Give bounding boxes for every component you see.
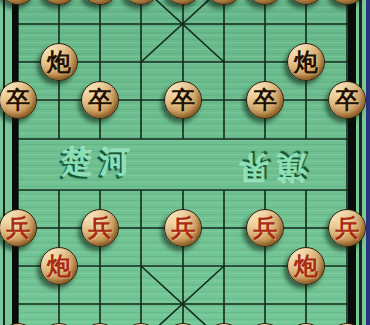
piece-red-cannon[interactable]: 炮 xyxy=(287,247,325,285)
piece-red-cannon[interactable]: 炮 xyxy=(40,247,78,285)
piece-black-soldier[interactable]: 卒 xyxy=(328,81,366,119)
piece-glyph: 炮 xyxy=(294,50,318,74)
piece-glyph: 兵 xyxy=(6,216,30,240)
piece-glyph: 炮 xyxy=(47,254,71,278)
piece-red-soldier[interactable]: 兵 xyxy=(164,209,202,247)
piece-glyph: 炮 xyxy=(294,254,318,278)
piece-red-soldier[interactable]: 兵 xyxy=(0,209,37,247)
piece-black-soldier[interactable]: 卒 xyxy=(164,81,202,119)
piece-glyph: 兵 xyxy=(335,216,359,240)
piece-glyph: 卒 xyxy=(253,88,277,112)
piece-black-soldier[interactable]: 卒 xyxy=(246,81,284,119)
piece-glyph: 卒 xyxy=(6,88,30,112)
piece-black-soldier[interactable]: 卒 xyxy=(81,81,119,119)
piece-red-soldier[interactable]: 兵 xyxy=(246,209,284,247)
piece-black-cannon[interactable]: 炮 xyxy=(287,43,325,81)
piece-glyph: 卒 xyxy=(88,88,112,112)
piece-glyph: 卒 xyxy=(171,88,195,112)
piece-glyph: 兵 xyxy=(88,216,112,240)
piece-glyph: 卒 xyxy=(335,88,359,112)
frame-right-black-border xyxy=(348,0,356,325)
piece-black-soldier[interactable]: 卒 xyxy=(0,81,37,119)
piece-red-soldier[interactable]: 兵 xyxy=(328,209,366,247)
frame-left-inner-green xyxy=(5,0,12,325)
frame-right-navy-edge xyxy=(366,0,370,325)
piece-glyph: 炮 xyxy=(47,50,71,74)
piece-black-cannon[interactable]: 炮 xyxy=(40,43,78,81)
xiangqi-board[interactable]: 楚河 漢界 車馬象士將士象馬車炮炮卒卒卒卒卒兵兵兵兵兵炮炮車馬相仕帥仕相馬車 xyxy=(0,0,370,325)
piece-glyph: 兵 xyxy=(253,216,277,240)
piece-red-soldier[interactable]: 兵 xyxy=(81,209,119,247)
river-label-han-jie: 漢界 xyxy=(231,152,307,182)
frame-left-black-border xyxy=(12,0,18,325)
river-label-chu-he: 楚河 xyxy=(61,147,137,177)
piece-glyph: 兵 xyxy=(171,216,195,240)
